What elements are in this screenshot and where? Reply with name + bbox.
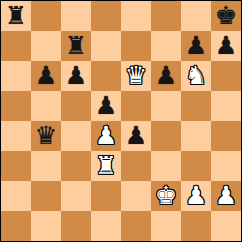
- square-a3[interactable]: [1, 151, 31, 181]
- square-b3[interactable]: [31, 151, 61, 181]
- square-d5[interactable]: ♟: [91, 91, 121, 121]
- white-queen: ♛: [125, 61, 147, 91]
- square-d3[interactable]: ♜: [91, 151, 121, 181]
- square-b6[interactable]: ♟: [31, 61, 61, 91]
- square-h3[interactable]: [211, 151, 241, 181]
- black-queen: ♛: [35, 121, 57, 151]
- square-d2[interactable]: [91, 181, 121, 211]
- square-e7[interactable]: [121, 31, 151, 61]
- square-g4[interactable]: [181, 121, 211, 151]
- square-f5[interactable]: [151, 91, 181, 121]
- square-c6[interactable]: ♟: [61, 61, 91, 91]
- square-b1[interactable]: [31, 211, 61, 241]
- square-e8[interactable]: [121, 1, 151, 31]
- square-e1[interactable]: [121, 211, 151, 241]
- square-h4[interactable]: [211, 121, 241, 151]
- square-c1[interactable]: [61, 211, 91, 241]
- chess-board-container: ♜♚♜♟♟♟♟♛♟♞♟♛♟♟♜♚♟♟: [0, 0, 242, 242]
- square-a1[interactable]: [1, 211, 31, 241]
- square-h8[interactable]: ♚: [211, 1, 241, 31]
- square-h6[interactable]: [211, 61, 241, 91]
- square-a7[interactable]: [1, 31, 31, 61]
- black-king: ♚: [215, 1, 237, 31]
- square-f7[interactable]: [151, 31, 181, 61]
- square-d6[interactable]: [91, 61, 121, 91]
- white-pawn: ♟: [185, 181, 207, 211]
- square-f1[interactable]: [151, 211, 181, 241]
- square-c3[interactable]: [61, 151, 91, 181]
- square-a5[interactable]: [1, 91, 31, 121]
- square-c4[interactable]: [61, 121, 91, 151]
- square-c2[interactable]: [61, 181, 91, 211]
- square-a2[interactable]: [1, 181, 31, 211]
- square-f8[interactable]: [151, 1, 181, 31]
- square-f6[interactable]: ♟: [151, 61, 181, 91]
- square-h2[interactable]: ♟: [211, 181, 241, 211]
- white-king: ♚: [155, 181, 177, 211]
- square-g3[interactable]: [181, 151, 211, 181]
- white-knight: ♞: [185, 61, 207, 91]
- square-c8[interactable]: [61, 1, 91, 31]
- square-e6[interactable]: ♛: [121, 61, 151, 91]
- square-g7[interactable]: ♟: [181, 31, 211, 61]
- square-g1[interactable]: [181, 211, 211, 241]
- black-rook: ♜: [5, 1, 27, 31]
- square-c7[interactable]: ♜: [61, 31, 91, 61]
- square-b7[interactable]: [31, 31, 61, 61]
- square-f3[interactable]: [151, 151, 181, 181]
- square-c5[interactable]: [61, 91, 91, 121]
- black-pawn: ♟: [125, 121, 147, 151]
- square-d7[interactable]: [91, 31, 121, 61]
- square-b2[interactable]: [31, 181, 61, 211]
- square-h7[interactable]: ♟: [211, 31, 241, 61]
- square-e2[interactable]: [121, 181, 151, 211]
- white-pawn: ♟: [215, 181, 237, 211]
- black-pawn: ♟: [35, 61, 57, 91]
- square-e4[interactable]: ♟: [121, 121, 151, 151]
- white-rook: ♜: [95, 151, 117, 181]
- square-d4[interactable]: ♟: [91, 121, 121, 151]
- square-h5[interactable]: [211, 91, 241, 121]
- square-g5[interactable]: [181, 91, 211, 121]
- square-h1[interactable]: [211, 211, 241, 241]
- black-pawn: ♟: [155, 61, 177, 91]
- square-b4[interactable]: ♛: [31, 121, 61, 151]
- square-e3[interactable]: [121, 151, 151, 181]
- white-pawn: ♟: [95, 121, 117, 151]
- black-pawn: ♟: [215, 31, 237, 61]
- square-g2[interactable]: ♟: [181, 181, 211, 211]
- square-f2[interactable]: ♚: [151, 181, 181, 211]
- square-b8[interactable]: [31, 1, 61, 31]
- black-pawn: ♟: [65, 61, 87, 91]
- square-a4[interactable]: [1, 121, 31, 151]
- square-d1[interactable]: [91, 211, 121, 241]
- black-pawn: ♟: [95, 91, 117, 121]
- square-g8[interactable]: [181, 1, 211, 31]
- black-rook: ♜: [65, 31, 87, 61]
- square-g6[interactable]: ♞: [181, 61, 211, 91]
- chess-board: ♜♚♜♟♟♟♟♛♟♞♟♛♟♟♜♚♟♟: [0, 0, 242, 242]
- square-e5[interactable]: [121, 91, 151, 121]
- square-d8[interactable]: [91, 1, 121, 31]
- black-pawn: ♟: [185, 31, 207, 61]
- square-a8[interactable]: ♜: [1, 1, 31, 31]
- square-b5[interactable]: [31, 91, 61, 121]
- square-f4[interactable]: [151, 121, 181, 151]
- square-a6[interactable]: [1, 61, 31, 91]
